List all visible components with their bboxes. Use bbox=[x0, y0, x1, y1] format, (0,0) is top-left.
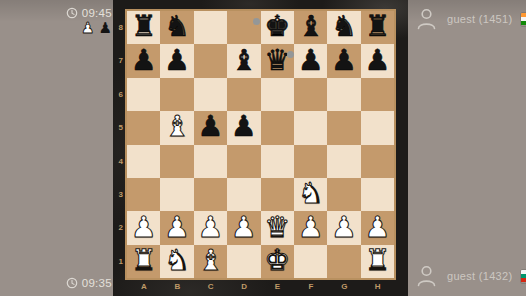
square-d3[interactable] bbox=[227, 178, 260, 211]
square-f2[interactable]: ♟ bbox=[294, 211, 327, 244]
square-a8[interactable]: ♜ bbox=[127, 11, 160, 44]
piece-black-pawn[interactable]: ♟ bbox=[331, 46, 357, 75]
square-c1[interactable]: ♝ bbox=[194, 245, 227, 278]
piece-black-pawn[interactable]: ♟ bbox=[298, 46, 324, 75]
square-b7[interactable]: ♟ bbox=[160, 44, 193, 77]
square-h6[interactable] bbox=[361, 78, 394, 111]
square-d5[interactable]: ♟ bbox=[227, 111, 260, 144]
piece-black-pawn[interactable]: ♟ bbox=[231, 112, 257, 141]
square-c3[interactable] bbox=[194, 178, 227, 211]
square-e6[interactable] bbox=[261, 78, 294, 111]
flag-india bbox=[521, 13, 526, 26]
person-icon bbox=[415, 264, 438, 288]
square-h8[interactable]: ♜ bbox=[361, 11, 394, 44]
square-c5[interactable]: ♟ bbox=[194, 111, 227, 144]
square-h3[interactable] bbox=[361, 178, 394, 211]
piece-white-bishop[interactable]: ♝ bbox=[197, 246, 223, 275]
square-h5[interactable] bbox=[361, 111, 394, 144]
square-g5[interactable] bbox=[327, 111, 360, 144]
player-white: guest (1432) bbox=[415, 264, 526, 288]
captured-pieces-tray: ♟♟ bbox=[81, 21, 112, 36]
piece-white-pawn[interactable]: ♟ bbox=[364, 213, 390, 242]
piece-black-king[interactable]: ♚ bbox=[264, 12, 290, 41]
square-c8[interactable] bbox=[194, 11, 227, 44]
square-d1[interactable] bbox=[227, 245, 260, 278]
left-side-panel bbox=[0, 0, 113, 296]
rank-label-5: 5 bbox=[114, 111, 123, 144]
square-f5[interactable] bbox=[294, 111, 327, 144]
square-a1[interactable]: ♜ bbox=[127, 245, 160, 278]
flag-bulgaria bbox=[521, 270, 526, 283]
square-e4[interactable] bbox=[261, 145, 294, 178]
square-g6[interactable] bbox=[327, 78, 360, 111]
piece-black-rook[interactable]: ♜ bbox=[364, 12, 390, 41]
square-f8[interactable]: ♝ bbox=[294, 11, 327, 44]
square-b4[interactable] bbox=[160, 145, 193, 178]
piece-white-pawn[interactable]: ♟ bbox=[131, 213, 157, 242]
square-d8[interactable] bbox=[227, 11, 260, 44]
square-e8[interactable]: ♚ bbox=[261, 11, 294, 44]
file-label-f: F bbox=[294, 281, 327, 293]
rank-label-6: 6 bbox=[114, 78, 123, 111]
square-f1[interactable] bbox=[294, 245, 327, 278]
square-h7[interactable]: ♟ bbox=[361, 44, 394, 77]
right-side-panel bbox=[408, 0, 526, 296]
piece-white-pawn[interactable]: ♟ bbox=[164, 213, 190, 242]
square-d4[interactable] bbox=[227, 145, 260, 178]
file-label-b: B bbox=[161, 281, 194, 293]
captured-black-pawn: ♟ bbox=[99, 21, 112, 36]
file-label-d: D bbox=[227, 281, 260, 293]
piece-black-queen[interactable]: ♛ bbox=[264, 46, 290, 75]
square-g4[interactable] bbox=[327, 145, 360, 178]
square-f3[interactable]: ♞ bbox=[294, 178, 327, 211]
square-a4[interactable] bbox=[127, 145, 160, 178]
player-black: guest (1451) bbox=[415, 7, 526, 31]
square-f6[interactable] bbox=[294, 78, 327, 111]
piece-black-rook[interactable]: ♜ bbox=[131, 12, 157, 41]
piece-white-pawn[interactable]: ♟ bbox=[331, 213, 357, 242]
person-icon bbox=[415, 7, 438, 31]
square-g1[interactable] bbox=[327, 245, 360, 278]
last-move-dot-e7 bbox=[287, 51, 294, 58]
piece-black-pawn[interactable]: ♟ bbox=[197, 112, 223, 141]
square-g3[interactable] bbox=[327, 178, 360, 211]
rank-label-7: 7 bbox=[114, 44, 123, 77]
square-a2[interactable]: ♟ bbox=[127, 211, 160, 244]
square-e5[interactable] bbox=[261, 111, 294, 144]
square-a7[interactable]: ♟ bbox=[127, 44, 160, 77]
square-b3[interactable] bbox=[160, 178, 193, 211]
square-d7[interactable]: ♝ bbox=[227, 44, 260, 77]
square-c2[interactable]: ♟ bbox=[194, 211, 227, 244]
flag-stripe bbox=[521, 21, 526, 25]
white-clock-time: 09:35 bbox=[82, 277, 112, 289]
square-e1[interactable]: ♚ bbox=[261, 245, 294, 278]
square-g2[interactable]: ♟ bbox=[327, 211, 360, 244]
piece-white-rook[interactable]: ♜ bbox=[131, 246, 157, 275]
rank-label-8: 8 bbox=[114, 11, 123, 44]
last-move-dot-d8 bbox=[253, 18, 260, 25]
black-clock-time: 09:45 bbox=[82, 7, 112, 19]
square-e2[interactable]: ♛ bbox=[261, 211, 294, 244]
black-clock: 09:45 bbox=[66, 7, 112, 19]
rank-label-4: 4 bbox=[114, 145, 123, 178]
clock-icon bbox=[66, 7, 78, 19]
rank-label-1: 1 bbox=[114, 245, 123, 278]
captured-white-pawn: ♟ bbox=[81, 21, 94, 36]
piece-black-knight[interactable]: ♞ bbox=[164, 12, 190, 41]
piece-white-king[interactable]: ♚ bbox=[264, 246, 290, 275]
square-b2[interactable]: ♟ bbox=[160, 211, 193, 244]
player-black-name: guest (1451) bbox=[447, 13, 512, 25]
square-g8[interactable]: ♞ bbox=[327, 11, 360, 44]
piece-white-pawn[interactable]: ♟ bbox=[231, 213, 257, 242]
flag-stripe bbox=[521, 278, 526, 282]
rank-label-3: 3 bbox=[114, 178, 123, 211]
square-h4[interactable] bbox=[361, 145, 394, 178]
piece-white-bishop[interactable]: ♝ bbox=[164, 112, 190, 141]
square-b1[interactable]: ♞ bbox=[160, 245, 193, 278]
file-label-e: E bbox=[261, 281, 294, 293]
square-e7[interactable]: ♛ bbox=[261, 44, 294, 77]
piece-black-pawn[interactable]: ♟ bbox=[131, 46, 157, 75]
square-a3[interactable] bbox=[127, 178, 160, 211]
square-f4[interactable] bbox=[294, 145, 327, 178]
square-d2[interactable]: ♟ bbox=[227, 211, 260, 244]
square-b6[interactable] bbox=[160, 78, 193, 111]
piece-white-knight[interactable]: ♞ bbox=[298, 179, 324, 208]
white-clock: 09:35 bbox=[66, 277, 112, 289]
file-label-c: C bbox=[194, 281, 227, 293]
square-h1[interactable]: ♜ bbox=[361, 245, 394, 278]
file-label-h: H bbox=[361, 281, 394, 293]
piece-black-bishop[interactable]: ♝ bbox=[298, 12, 324, 41]
piece-white-queen[interactable]: ♛ bbox=[264, 213, 290, 242]
square-c7[interactable] bbox=[194, 44, 227, 77]
piece-white-knight[interactable]: ♞ bbox=[164, 246, 190, 275]
square-c6[interactable] bbox=[194, 78, 227, 111]
file-label-a: A bbox=[127, 281, 160, 293]
piece-black-pawn[interactable]: ♟ bbox=[364, 46, 390, 75]
piece-white-rook[interactable]: ♜ bbox=[364, 246, 390, 275]
square-c4[interactable] bbox=[194, 145, 227, 178]
player-white-name: guest (1432) bbox=[447, 270, 512, 282]
square-e3[interactable] bbox=[261, 178, 294, 211]
square-g7[interactable]: ♟ bbox=[327, 44, 360, 77]
square-h2[interactable]: ♟ bbox=[361, 211, 394, 244]
clock-icon bbox=[66, 277, 78, 289]
square-f7[interactable]: ♟ bbox=[294, 44, 327, 77]
rank-label-2: 2 bbox=[114, 211, 123, 244]
square-b5[interactable]: ♝ bbox=[160, 111, 193, 144]
chess-board: ♜♞♚♝♞♜♟♟♝♛♟♟♟♝♟♟♞♟♟♟♟♛♟♟♟♜♞♝♚♜ bbox=[125, 9, 396, 280]
piece-black-bishop[interactable]: ♝ bbox=[231, 46, 257, 75]
piece-white-pawn[interactable]: ♟ bbox=[298, 213, 324, 242]
square-a6[interactable] bbox=[127, 78, 160, 111]
piece-black-pawn[interactable]: ♟ bbox=[164, 46, 190, 75]
piece-white-pawn[interactable]: ♟ bbox=[197, 213, 223, 242]
piece-black-knight[interactable]: ♞ bbox=[331, 12, 357, 41]
square-a5[interactable] bbox=[127, 111, 160, 144]
square-b8[interactable]: ♞ bbox=[160, 11, 193, 44]
file-label-g: G bbox=[328, 281, 361, 293]
square-d6[interactable] bbox=[227, 78, 260, 111]
